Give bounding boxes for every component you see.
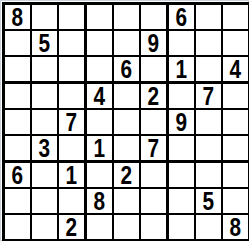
cell-r3c6[interactable]: [141, 57, 166, 81]
given-digit: 1: [94, 136, 106, 160]
given-digit: 2: [66, 215, 78, 239]
cell-r2c7[interactable]: [169, 31, 194, 55]
cell-r1c6[interactable]: [141, 5, 166, 29]
cell-r4c9[interactable]: [223, 84, 248, 108]
cell-r8c7[interactable]: [169, 189, 194, 213]
cell-r1c5[interactable]: [114, 5, 139, 29]
given-digit: 8: [94, 189, 106, 213]
cell-r2c2[interactable]: 5: [32, 31, 57, 55]
given-digit: 6: [12, 163, 24, 187]
cell-r1c8[interactable]: [196, 5, 221, 29]
cell-r5c8[interactable]: [196, 110, 221, 134]
cell-r2c1[interactable]: [5, 31, 30, 55]
sudoku-board: 8659614427793176128528: [2, 2, 249, 241]
cell-r8c8[interactable]: 5: [196, 189, 221, 213]
given-digit: 5: [39, 31, 51, 55]
given-digit: 3: [39, 136, 51, 160]
cell-r2c3[interactable]: [59, 31, 84, 55]
cell-r6c3[interactable]: [59, 136, 84, 160]
cell-r8c3[interactable]: [59, 189, 84, 213]
cell-r6c1[interactable]: [5, 136, 30, 160]
cell-r6c2[interactable]: 3: [32, 136, 57, 160]
cell-r8c6[interactable]: [141, 189, 166, 213]
cell-r8c4[interactable]: 8: [87, 189, 112, 213]
given-digit: 6: [121, 57, 133, 81]
given-digit: 4: [230, 57, 242, 81]
cell-r6c4[interactable]: 1: [87, 136, 112, 160]
given-digit: 2: [121, 163, 133, 187]
cell-r7c9[interactable]: [223, 163, 248, 187]
cell-r3c9[interactable]: 4: [223, 57, 248, 81]
given-digit: 2: [148, 84, 160, 108]
cell-r9c8[interactable]: [196, 215, 221, 239]
cell-r1c1[interactable]: 8: [5, 5, 30, 29]
cell-r2c4[interactable]: [87, 31, 112, 55]
cell-r5c1[interactable]: [5, 110, 30, 134]
cell-r6c8[interactable]: [196, 136, 221, 160]
cell-r5c9[interactable]: [223, 110, 248, 134]
given-digit: 1: [66, 163, 78, 187]
cell-r9c7[interactable]: [169, 215, 194, 239]
cell-r3c5[interactable]: 6: [114, 57, 139, 81]
cell-r7c4[interactable]: [87, 163, 112, 187]
cell-r6c6[interactable]: 7: [141, 136, 166, 160]
cell-r8c9[interactable]: [223, 189, 248, 213]
cell-r9c2[interactable]: [32, 215, 57, 239]
cell-r4c3[interactable]: [59, 84, 84, 108]
cell-r5c2[interactable]: [32, 110, 57, 134]
cell-r4c8[interactable]: 7: [196, 84, 221, 108]
cell-r2c9[interactable]: [223, 31, 248, 55]
given-digit: 6: [176, 5, 188, 29]
cell-r1c3[interactable]: [59, 5, 84, 29]
cell-r5c6[interactable]: [141, 110, 166, 134]
cell-r5c7[interactable]: 9: [169, 110, 194, 134]
given-digit: 5: [203, 189, 215, 213]
cell-r7c7[interactable]: [169, 163, 194, 187]
cell-r9c5[interactable]: [114, 215, 139, 239]
cell-r6c9[interactable]: [223, 136, 248, 160]
given-digit: 7: [203, 84, 215, 108]
cell-r8c1[interactable]: [5, 189, 30, 213]
cell-r3c4[interactable]: [87, 57, 112, 81]
given-digit: 1: [176, 57, 188, 81]
cell-r5c5[interactable]: [114, 110, 139, 134]
cell-r2c5[interactable]: [114, 31, 139, 55]
cell-r4c1[interactable]: [5, 84, 30, 108]
cell-r7c8[interactable]: [196, 163, 221, 187]
cell-r7c5[interactable]: 2: [114, 163, 139, 187]
cell-r5c3[interactable]: 7: [59, 110, 84, 134]
cell-r5c4[interactable]: [87, 110, 112, 134]
given-digit: 9: [148, 31, 160, 55]
cell-r2c6[interactable]: 9: [141, 31, 166, 55]
cell-r7c1[interactable]: 6: [5, 163, 30, 187]
cell-r7c6[interactable]: [141, 163, 166, 187]
given-digit: 7: [66, 110, 78, 134]
cell-r2c8[interactable]: [196, 31, 221, 55]
cell-r1c2[interactable]: [32, 5, 57, 29]
cell-r4c7[interactable]: [169, 84, 194, 108]
given-digit: 7: [148, 136, 160, 160]
cell-r8c2[interactable]: [32, 189, 57, 213]
given-digit: 8: [12, 5, 24, 29]
cell-r7c3[interactable]: 1: [59, 163, 84, 187]
cell-r1c4[interactable]: [87, 5, 112, 29]
cell-r3c2[interactable]: [32, 57, 57, 81]
cell-r9c6[interactable]: [141, 215, 166, 239]
cell-r1c7[interactable]: 6: [169, 5, 194, 29]
cell-r4c5[interactable]: [114, 84, 139, 108]
cell-r4c2[interactable]: [32, 84, 57, 108]
cell-r3c1[interactable]: [5, 57, 30, 81]
cell-r3c3[interactable]: [59, 57, 84, 81]
given-digit: 4: [94, 84, 106, 108]
cell-r3c7[interactable]: 1: [169, 57, 194, 81]
cell-r4c4[interactable]: 4: [87, 84, 112, 108]
cell-r9c4[interactable]: [87, 215, 112, 239]
cell-r8c5[interactable]: [114, 189, 139, 213]
cell-r1c9[interactable]: [223, 5, 248, 29]
given-digit: 8: [230, 215, 242, 239]
cell-r6c7[interactable]: [169, 136, 194, 160]
cell-r3c8[interactable]: [196, 57, 221, 81]
cell-r6c5[interactable]: [114, 136, 139, 160]
cell-r9c3[interactable]: 2: [59, 215, 84, 239]
cell-r4c6[interactable]: 2: [141, 84, 166, 108]
cell-r9c1[interactable]: [5, 215, 30, 239]
cell-r9c9[interactable]: 8: [223, 215, 248, 239]
given-digit: 9: [176, 110, 188, 134]
sudoku-frame: 8659614427793176128528: [0, 0, 249, 241]
cell-r7c2[interactable]: [32, 163, 57, 187]
